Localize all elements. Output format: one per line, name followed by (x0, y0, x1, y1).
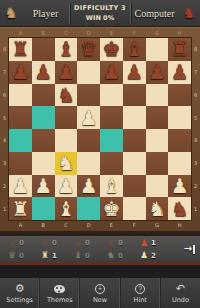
coordinate-label: E (100, 29, 123, 37)
undo-button[interactable]: ↶Undo (161, 278, 200, 308)
square-f4[interactable] (123, 129, 146, 152)
square-d2[interactable]: ♟ (77, 175, 100, 198)
captured-count: 0 (85, 239, 90, 247)
square-f1[interactable] (123, 197, 146, 220)
top-status-bar: ♞ Player DIFFICULTY 3 WIN 0% Computer ♞ (0, 0, 200, 27)
coordinate-label: 1 (0, 197, 9, 220)
square-b7[interactable]: ♟ (32, 61, 55, 84)
square-a8[interactable]: ♜ (9, 38, 32, 61)
square-b2[interactable]: ♟ (32, 175, 55, 198)
coordinate-label: 3 (191, 152, 200, 175)
file-labels-bottom: ABCDEFGH (9, 221, 191, 229)
piece-white-knight[interactable]: ♞ (148, 199, 166, 219)
square-g7[interactable]: ♟ (146, 61, 169, 84)
square-g1[interactable]: ♞ (146, 197, 169, 220)
square-h1[interactable]: ♞ (168, 197, 191, 220)
piece-white-bishop[interactable]: ♝ (57, 199, 75, 219)
square-h6[interactable] (168, 84, 191, 107)
coordinate-label: 6 (191, 84, 200, 107)
square-a6[interactable] (9, 84, 32, 107)
captured-count: 0 (118, 252, 123, 260)
black-rook-icon: ♜ (41, 239, 49, 248)
captured-white-queen: ♛0 (8, 251, 41, 260)
square-f3[interactable] (123, 152, 146, 175)
undo-arrow-icon: ↶ (176, 283, 185, 295)
black-pawn-icon: ♟ (140, 239, 148, 248)
square-c4[interactable] (55, 129, 78, 152)
gear-icon: ⚙ (15, 283, 25, 295)
coordinate-label: 8 (0, 38, 9, 61)
arrow-right-icon: → (184, 244, 192, 254)
question-circle-icon: ? (135, 283, 145, 295)
coordinate-label: 4 (0, 129, 9, 152)
captured-count: 1 (52, 252, 57, 260)
square-f6[interactable] (123, 84, 146, 107)
piece-white-pawn[interactable]: ♟ (34, 176, 52, 196)
square-d6[interactable] (77, 84, 100, 107)
white-queen-icon: ♛ (8, 251, 16, 260)
square-b4[interactable] (32, 129, 55, 152)
piece-white-bishop[interactable]: ♝ (102, 176, 120, 196)
board-frame: ABCDEFGH 87654321 87654321 ABCDEFGH ♜♝♛♚… (0, 27, 200, 233)
square-e6[interactable] (100, 84, 123, 107)
piece-white-pawn[interactable]: ♟ (57, 176, 75, 196)
white-bishop-icon: ♝ (74, 251, 82, 260)
piece-black-knight[interactable]: ♞ (57, 85, 75, 105)
themes-label: Themes (47, 296, 73, 304)
coordinate-label: A (9, 221, 32, 229)
captured-pieces-tray: ♛0♜0♝0♞0♟1 ♛0♜1♝0♞0♟2 → (0, 236, 200, 262)
undo-label: Undo (172, 296, 189, 304)
coordinate-label: 7 (191, 61, 200, 84)
piece-black-king[interactable]: ♚ (102, 39, 120, 59)
hint-button[interactable]: ?Hint (121, 278, 161, 308)
coordinate-label: B (32, 221, 55, 229)
captured-count: 2 (151, 252, 156, 260)
coordinate-label: 2 (0, 175, 9, 198)
square-d4[interactable] (77, 129, 100, 152)
piece-black-pawn[interactable]: ♟ (148, 62, 166, 82)
square-e3[interactable] (100, 152, 123, 175)
square-e7[interactable]: ♟ (100, 61, 123, 84)
piece-white-pawn[interactable]: ♟ (11, 176, 29, 196)
square-c5[interactable] (55, 106, 78, 129)
black-bishop-icon: ♝ (74, 239, 82, 248)
hint-label: Hint (134, 296, 147, 304)
captured-white-row: ♛0♜1♝0♞0♟2 (8, 250, 180, 263)
square-g8[interactable] (146, 38, 169, 61)
captured-black-pawn: ♟1 (140, 239, 173, 248)
square-d7[interactable] (77, 61, 100, 84)
square-b5[interactable] (32, 106, 55, 129)
coordinate-label: C (55, 29, 78, 37)
coordinate-label: A (9, 29, 32, 37)
captured-black-queen: ♛0 (8, 239, 41, 248)
square-a7[interactable]: ♟ (9, 61, 32, 84)
captured-black-knight: ♞0 (107, 239, 140, 248)
rank-labels-left: 87654321 (0, 38, 9, 220)
coordinate-label: E (100, 221, 123, 229)
captured-white-pawn: ♟2 (140, 251, 173, 260)
piece-black-pawn[interactable]: ♟ (57, 62, 75, 82)
captured-count: 1 (151, 239, 156, 247)
piece-black-queen[interactable]: ♛ (80, 39, 98, 59)
coordinate-label: 6 (0, 84, 9, 107)
square-d3[interactable] (77, 152, 100, 175)
computer-name: Computer (131, 8, 178, 19)
square-a1[interactable]: ♜ (9, 197, 32, 220)
new-button[interactable]: +New (80, 278, 120, 308)
white-pawn-icon: ♟ (140, 251, 148, 260)
difficulty-panel: DIFFICULTY 3 WIN 0% (70, 4, 130, 22)
square-d8[interactable]: ♛ (77, 38, 100, 61)
square-f5[interactable] (123, 106, 146, 129)
square-g6[interactable] (146, 84, 169, 107)
piece-black-pawn[interactable]: ♟ (102, 62, 120, 82)
captured-white-rook: ♜1 (41, 251, 74, 260)
captured-black-bishop: ♝0 (74, 239, 107, 248)
captured-count: 0 (85, 252, 90, 260)
coordinate-label: F (123, 221, 146, 229)
white-knight-icon: ♞ (0, 6, 22, 21)
piece-black-rook[interactable]: ♜ (11, 39, 29, 59)
square-b3[interactable] (32, 152, 55, 175)
square-h2[interactable]: ♟ (168, 175, 191, 198)
player-name: Player (22, 8, 69, 19)
square-f2[interactable] (123, 175, 146, 198)
piece-black-bishop[interactable]: ♝ (57, 39, 75, 59)
square-f7[interactable]: ♟ (123, 61, 146, 84)
square-c1[interactable]: ♝ (55, 197, 78, 220)
square-e1[interactable]: ♚ (100, 197, 123, 220)
piece-black-pawn[interactable]: ♟ (171, 62, 189, 82)
captured-count: 0 (19, 239, 24, 247)
piece-white-knight[interactable]: ♞ (57, 153, 75, 173)
square-c3[interactable]: ♞ (55, 152, 78, 175)
white-rook-icon: ♜ (41, 251, 49, 260)
chess-board[interactable]: ♜♝♛♚♝♜♟♟♟♟♟♟♟♞♟♞♟♟♟♟♝♟♜♝♚♞♞ (9, 38, 191, 220)
red-knight-icon: ♞ (178, 6, 200, 21)
coordinate-label: H (168, 221, 191, 229)
square-c7[interactable]: ♟ (55, 61, 78, 84)
black-queen-icon: ♛ (8, 239, 16, 248)
coordinate-label: 3 (0, 152, 9, 175)
plus-circle-icon: + (95, 283, 105, 295)
piece-black-pawn[interactable]: ♟ (34, 62, 52, 82)
square-c8[interactable]: ♝ (55, 38, 78, 61)
coordinate-label: D (77, 29, 100, 37)
square-c6[interactable]: ♞ (55, 84, 78, 107)
square-b1[interactable] (32, 197, 55, 220)
coordinate-label: 1 (191, 197, 200, 220)
square-g5[interactable] (146, 106, 169, 129)
win-percent-label: WIN 0% (72, 14, 128, 22)
captured-black-rook: ♜0 (41, 239, 74, 248)
square-g4[interactable] (146, 129, 169, 152)
settings-button[interactable]: ⚙Settings (0, 278, 40, 308)
square-d5[interactable]: ♟ (77, 106, 100, 129)
themes-button[interactable]: Themes (40, 278, 80, 308)
piece-white-king[interactable]: ♚ (102, 199, 120, 219)
coordinate-label: 5 (0, 106, 9, 129)
captured-count: 0 (52, 239, 57, 247)
bottom-toolbar: ⚙SettingsThemes+New?Hint↶Undo (0, 278, 200, 308)
coordinate-label: F (123, 29, 146, 37)
settings-label: Settings (6, 296, 33, 304)
piece-black-pawn[interactable]: ♟ (11, 62, 29, 82)
piece-black-pawn[interactable]: ♟ (125, 62, 143, 82)
piece-black-rook[interactable]: ♜ (171, 39, 189, 59)
coordinate-label: H (168, 29, 191, 37)
square-e4[interactable] (100, 129, 123, 152)
square-e2[interactable]: ♝ (100, 175, 123, 198)
captured-white-knight: ♞0 (107, 251, 140, 260)
piece-white-rook[interactable]: ♜ (11, 199, 29, 219)
palette-icon (54, 283, 65, 295)
coordinate-label: 2 (191, 175, 200, 198)
square-g3[interactable] (146, 152, 169, 175)
coordinate-label: G (146, 221, 169, 229)
captured-count: 0 (19, 252, 24, 260)
coordinate-label: B (32, 29, 55, 37)
forward-arrow-button[interactable]: → (182, 242, 197, 256)
file-labels-top: ABCDEFGH (9, 29, 191, 37)
piece-white-pawn[interactable]: ♟ (171, 176, 189, 196)
square-a2[interactable]: ♟ (9, 175, 32, 198)
square-h4[interactable] (168, 129, 191, 152)
square-h8[interactable]: ♜ (168, 38, 191, 61)
captured-black-row: ♛0♜0♝0♞0♟1 (8, 237, 180, 250)
new-label: New (93, 296, 107, 304)
square-f8[interactable]: ♝ (123, 38, 146, 61)
square-b6[interactable] (32, 84, 55, 107)
square-d1[interactable] (77, 197, 100, 220)
square-h7[interactable]: ♟ (168, 61, 191, 84)
coordinate-label: 7 (0, 61, 9, 84)
square-g2[interactable] (146, 175, 169, 198)
square-e5[interactable] (100, 106, 123, 129)
square-h3[interactable] (168, 152, 191, 175)
square-a3[interactable] (9, 152, 32, 175)
spacer (0, 265, 200, 278)
coordinate-label: 4 (191, 129, 200, 152)
coordinate-label: 8 (191, 38, 200, 61)
rank-labels-right: 87654321 (191, 38, 200, 220)
arrow-bracket-bar (193, 245, 195, 254)
square-a4[interactable] (9, 129, 32, 152)
chess-app-window: ♞ Player DIFFICULTY 3 WIN 0% Computer ♞ … (0, 0, 200, 308)
piece-black-knight[interactable]: ♞ (171, 199, 189, 219)
coordinate-label: 5 (191, 106, 200, 129)
coordinate-label: D (77, 221, 100, 229)
captured-white-bishop: ♝0 (74, 251, 107, 260)
coordinate-label: G (146, 29, 169, 37)
square-e8[interactable]: ♚ (100, 38, 123, 61)
difficulty-label: DIFFICULTY 3 (72, 4, 128, 12)
coordinate-label: C (55, 221, 78, 229)
captured-count: 0 (118, 239, 123, 247)
black-knight-icon: ♞ (107, 239, 115, 248)
white-knight-icon: ♞ (107, 251, 115, 260)
piece-black-bishop[interactable]: ♝ (125, 39, 143, 59)
piece-white-pawn[interactable]: ♟ (80, 176, 98, 196)
square-c2[interactable]: ♟ (55, 175, 78, 198)
piece-white-pawn[interactable]: ♟ (80, 108, 98, 128)
square-b8[interactable] (32, 38, 55, 61)
square-h5[interactable] (168, 106, 191, 129)
square-a5[interactable] (9, 106, 32, 129)
